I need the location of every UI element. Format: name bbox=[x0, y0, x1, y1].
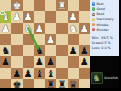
board-square[interactable] bbox=[68, 56, 79, 67]
black-piece[interactable]: ♝ bbox=[46, 68, 55, 79]
board-square[interactable]: ♟ bbox=[11, 68, 22, 79]
board-square[interactable] bbox=[79, 0, 90, 11]
board-square[interactable] bbox=[34, 0, 45, 11]
board-square[interactable] bbox=[45, 0, 56, 11]
board-square[interactable] bbox=[79, 34, 90, 45]
win-draw-loss-stats: Win:99.5 %Draw:0.5 %Loss:0.0 % bbox=[90, 35, 119, 50]
legend-label: Mistake bbox=[96, 23, 108, 27]
stat-label: Loss: bbox=[92, 46, 102, 50]
board-square[interactable] bbox=[11, 23, 22, 34]
board-square[interactable]: ♟ bbox=[68, 45, 79, 56]
board-square[interactable]: ♟ bbox=[11, 11, 22, 22]
legend-label: Inaccuracy bbox=[96, 17, 113, 21]
white-piece[interactable]: ♞ bbox=[24, 23, 33, 34]
legend-good-icon: ✓ bbox=[92, 7, 96, 11]
black-piece[interactable]: ♟ bbox=[12, 68, 21, 79]
board-square[interactable]: ♟ bbox=[23, 11, 34, 22]
video-frame: ♚♜♝♟♟♟♟♞♟♞♟♟♞♞♟♟♟♟♟♟♟♟♝♝♚♜♜♛ ★ ★Best✓Goo… bbox=[0, 0, 120, 90]
white-piece[interactable]: ♚ bbox=[12, 0, 21, 11]
white-piece[interactable]: ♟ bbox=[35, 23, 44, 34]
stat-label: Draw: bbox=[92, 41, 102, 45]
board-square[interactable] bbox=[0, 68, 11, 79]
board-square[interactable]: ♟ bbox=[79, 23, 90, 34]
legend-best-icon: ★ bbox=[92, 2, 96, 6]
letterbox-bar-bottom bbox=[0, 88, 120, 91]
board-square[interactable] bbox=[11, 34, 22, 45]
board-square[interactable] bbox=[34, 34, 45, 45]
board-square[interactable] bbox=[68, 34, 79, 45]
white-piece[interactable]: ♜ bbox=[57, 0, 66, 11]
board-square[interactable] bbox=[23, 45, 34, 56]
stat-value: 0.5 % bbox=[101, 41, 110, 45]
board-square[interactable]: ♝ bbox=[34, 68, 45, 79]
board-square[interactable] bbox=[68, 68, 79, 79]
knight-icon: ♞ bbox=[91, 72, 103, 84]
letterbox-bar-right bbox=[119, 0, 121, 90]
board-square[interactable]: ♚ bbox=[11, 0, 22, 11]
stat-row-loss: Loss:0.0 % bbox=[92, 45, 119, 50]
stat-value: 0.0 % bbox=[101, 46, 110, 50]
white-piece[interactable]: ♟ bbox=[24, 11, 33, 22]
board-square[interactable]: ♞ bbox=[68, 23, 79, 34]
black-piece[interactable]: ♞ bbox=[35, 45, 44, 56]
panel-lower-section: ♞ Stockfish 15 bbox=[90, 56, 119, 90]
move-quality-legend: ★Best✓Good▤Book?!Inaccuracy?Mistake??Blu… bbox=[90, 0, 119, 32]
legend-mistake-icon: ? bbox=[92, 23, 96, 27]
board-square[interactable] bbox=[56, 34, 67, 45]
engine-plate: ♞ Stockfish 15 bbox=[91, 72, 120, 84]
board-square[interactable]: ♞ bbox=[23, 23, 34, 34]
black-piece[interactable]: ♟ bbox=[46, 56, 55, 67]
board-square[interactable]: ♟ bbox=[79, 45, 90, 56]
board-square[interactable] bbox=[45, 45, 56, 56]
board-square[interactable] bbox=[23, 34, 34, 45]
legend-inaccuracy-icon: ?! bbox=[92, 18, 96, 22]
board-square[interactable]: ♟ bbox=[23, 68, 34, 79]
legend-item-blunder: ??Blunder bbox=[90, 27, 119, 32]
board-square[interactable] bbox=[0, 0, 11, 11]
board-square[interactable]: ♜ bbox=[56, 0, 67, 11]
legend-label: Blunder bbox=[96, 28, 108, 32]
board-square[interactable]: ♟ bbox=[34, 23, 45, 34]
board-square[interactable] bbox=[79, 68, 90, 79]
legend-label: Book bbox=[96, 12, 104, 16]
analysis-panel: ★Best✓Good▤Book?!Inaccuracy?Mistake??Blu… bbox=[90, 0, 119, 90]
board-square[interactable] bbox=[11, 45, 22, 56]
white-piece[interactable]: ♟ bbox=[46, 34, 55, 45]
white-piece[interactable]: ♞ bbox=[69, 23, 78, 34]
board-square[interactable] bbox=[56, 23, 67, 34]
black-piece[interactable]: ♟ bbox=[35, 56, 44, 67]
board-square[interactable]: ♟ bbox=[79, 56, 90, 67]
board-square[interactable]: ♟ bbox=[34, 56, 45, 67]
black-piece[interactable]: ♞ bbox=[1, 45, 10, 56]
board-square[interactable]: ♞ bbox=[0, 45, 11, 56]
legend-book-icon: ▤ bbox=[92, 13, 96, 17]
legend-label: Best bbox=[96, 2, 103, 6]
board-square[interactable] bbox=[68, 0, 79, 11]
black-piece[interactable]: ♟ bbox=[80, 45, 89, 56]
board-square[interactable] bbox=[11, 56, 22, 67]
board-square[interactable]: ♟ bbox=[68, 11, 79, 22]
board-square[interactable] bbox=[23, 0, 34, 11]
black-piece[interactable]: ♝ bbox=[35, 68, 44, 79]
board-square[interactable] bbox=[56, 45, 67, 56]
white-piece[interactable]: ♟ bbox=[1, 23, 10, 34]
board-square[interactable]: ♟ bbox=[45, 56, 56, 67]
board-square[interactable] bbox=[0, 34, 11, 45]
board-square[interactable]: ♝ bbox=[45, 68, 56, 79]
legend-blunder-icon: ?? bbox=[92, 28, 96, 32]
white-piece[interactable]: ♟ bbox=[80, 23, 89, 34]
board-square[interactable] bbox=[56, 56, 67, 67]
board-square[interactable]: ♟ bbox=[0, 23, 11, 34]
white-piece[interactable]: ♟ bbox=[12, 11, 21, 22]
legend-label: Good bbox=[96, 7, 104, 11]
move-quality-badge: ★ bbox=[0, 11, 4, 15]
black-piece[interactable]: ♟ bbox=[69, 45, 78, 56]
black-piece[interactable]: ♟ bbox=[80, 56, 89, 67]
board-square[interactable] bbox=[79, 11, 90, 22]
board-square[interactable] bbox=[56, 11, 67, 22]
board-square[interactable] bbox=[34, 11, 45, 22]
board-square[interactable] bbox=[45, 23, 56, 34]
stat-value: 99.5 % bbox=[101, 36, 113, 40]
board-square[interactable] bbox=[23, 56, 34, 67]
board-square[interactable]: ♞ bbox=[34, 45, 45, 56]
board-square[interactable]: ♟ bbox=[45, 34, 56, 45]
black-piece[interactable]: ♟ bbox=[24, 68, 33, 79]
board-square[interactable] bbox=[45, 11, 56, 22]
black-piece[interactable]: ♟ bbox=[1, 56, 10, 67]
board-square[interactable] bbox=[56, 68, 67, 79]
stat-label: Win: bbox=[92, 36, 102, 40]
chess-board[interactable]: ♚♜♝♟♟♟♟♞♟♞♟♟♞♞♟♟♟♟♟♟♟♟♝♝♚♜♜♛ bbox=[0, 0, 90, 90]
white-piece[interactable]: ♟ bbox=[69, 11, 78, 22]
board-square[interactable]: ♟ bbox=[0, 56, 11, 67]
